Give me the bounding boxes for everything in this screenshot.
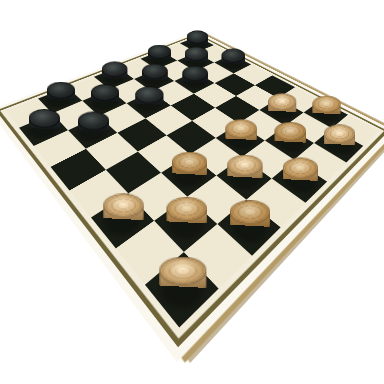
piece-top-face xyxy=(312,96,341,113)
piece-top-face xyxy=(274,122,306,141)
piece-top-face xyxy=(147,45,171,59)
piece-top-face xyxy=(101,61,127,77)
piece-top-face xyxy=(221,48,245,62)
piece-top-face xyxy=(182,66,208,82)
light-checker-piece[interactable]: ⛀ xyxy=(312,96,341,122)
scene: ⛂⛂⛂⛂⛂⛂⛂⛂⛂⛂⛂⛂⛀⛀⛀⛀⛀⛀⛀⛀⛀⛀⛀⛀ xyxy=(0,0,384,384)
piece-top-face xyxy=(229,200,270,224)
piece-top-face xyxy=(282,157,318,178)
dark-checker-piece[interactable]: ⛂ xyxy=(186,30,208,50)
piece-top-face xyxy=(267,93,296,110)
board-photo: ⛂⛂⛂⛂⛂⛂⛂⛂⛂⛂⛂⛂⛀⛀⛀⛀⛀⛀⛀⛀⛀⛀⛀⛀ xyxy=(0,0,384,384)
dark-checker-piece[interactable]: ⛂ xyxy=(90,84,119,110)
piece-top-face xyxy=(28,109,60,128)
board-grid: ⛂⛂⛂⛂⛂⛂⛂⛂⛂⛂⛂⛂⛀⛀⛀⛀⛀⛀⛀⛀⛀⛀⛀⛀ xyxy=(6,37,379,328)
piece-top-face xyxy=(141,64,167,80)
board-edge: ⛂⛂⛂⛂⛂⛂⛂⛂⛂⛂⛂⛂⛀⛀⛀⛀⛀⛀⛀⛀⛀⛀⛀⛀ xyxy=(0,31,384,362)
piece-top-face xyxy=(186,30,208,43)
piece-top-face xyxy=(323,124,355,143)
piece-top-face xyxy=(171,152,207,173)
piece-top-face xyxy=(102,193,143,217)
piece-top-face xyxy=(158,257,205,285)
piece-top-face xyxy=(225,119,257,138)
piece-top-face xyxy=(135,86,164,103)
piece-top-face xyxy=(165,197,206,221)
dark-checker-piece[interactable]: ⛂ xyxy=(221,48,245,69)
checkers-board: ⛂⛂⛂⛂⛂⛂⛂⛂⛂⛂⛂⛂⛀⛀⛀⛀⛀⛀⛀⛀⛀⛀⛀⛀ xyxy=(0,33,384,347)
piece-top-face xyxy=(90,84,119,101)
dark-checker-piece[interactable]: ⛂ xyxy=(141,64,167,87)
dark-checker-piece[interactable]: ⛂ xyxy=(46,82,75,108)
piece-top-face xyxy=(46,82,75,99)
piece-top-face xyxy=(226,155,262,176)
piece-top-face xyxy=(77,111,109,130)
